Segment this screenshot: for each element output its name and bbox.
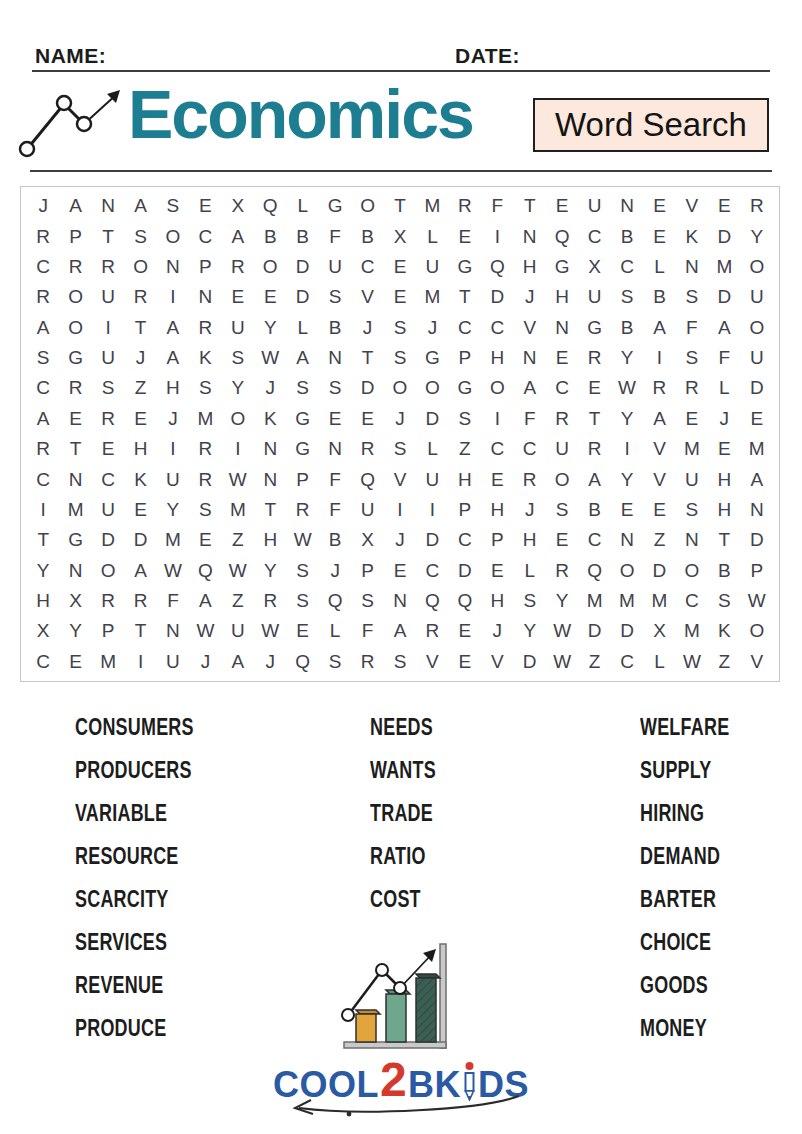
grid-cell[interactable]: D: [741, 525, 773, 555]
grid-cell[interactable]: V: [416, 647, 448, 677]
grid-cell[interactable]: R: [27, 221, 59, 251]
grid-cell[interactable]: V: [514, 313, 546, 343]
grid-cell[interactable]: L: [286, 191, 318, 221]
word-list-item[interactable]: PRODUCE: [75, 1007, 194, 1050]
word-list-item[interactable]: CONSUMERS: [75, 706, 194, 749]
grid-cell[interactable]: T: [449, 282, 481, 312]
grid-cell[interactable]: E: [384, 282, 416, 312]
grid-cell[interactable]: P: [741, 556, 773, 586]
grid-cell[interactable]: C: [611, 252, 643, 282]
grid-cell[interactable]: E: [481, 464, 513, 494]
grid-cell[interactable]: M: [416, 191, 448, 221]
grid-cell[interactable]: C: [514, 434, 546, 464]
word-list-item[interactable]: COST: [370, 878, 436, 921]
grid-cell[interactable]: U: [319, 252, 351, 282]
grid-cell[interactable]: Q: [319, 586, 351, 616]
grid-cell[interactable]: R: [741, 191, 773, 221]
grid-cell[interactable]: M: [708, 252, 740, 282]
grid-cell[interactable]: J: [254, 647, 286, 677]
grid-cell[interactable]: C: [449, 525, 481, 555]
grid-cell[interactable]: W: [157, 556, 189, 586]
grid-cell[interactable]: U: [416, 464, 448, 494]
grid-cell[interactable]: J: [384, 525, 416, 555]
grid-cell[interactable]: U: [92, 282, 124, 312]
word-list-item[interactable]: GOODS: [640, 964, 729, 1007]
grid-cell[interactable]: C: [449, 313, 481, 343]
grid-cell[interactable]: B: [286, 221, 318, 251]
grid-cell[interactable]: S: [384, 313, 416, 343]
word-list-item[interactable]: CHOICE: [640, 921, 729, 964]
name-date-write-line[interactable]: [32, 70, 770, 72]
grid-cell[interactable]: B: [611, 221, 643, 251]
grid-cell[interactable]: E: [611, 495, 643, 525]
grid-cell[interactable]: O: [546, 464, 578, 494]
grid-cell[interactable]: S: [27, 343, 59, 373]
grid-cell[interactable]: N: [611, 525, 643, 555]
grid-cell[interactable]: T: [124, 313, 156, 343]
grid-cell[interactable]: M: [741, 434, 773, 464]
grid-cell[interactable]: R: [124, 282, 156, 312]
grid-cell[interactable]: V: [384, 464, 416, 494]
grid-cell[interactable]: K: [124, 464, 156, 494]
grid-cell[interactable]: G: [59, 343, 91, 373]
grid-cell[interactable]: G: [578, 313, 610, 343]
grid-cell[interactable]: O: [676, 556, 708, 586]
word-list-item[interactable]: SCARCITY: [75, 878, 194, 921]
grid-cell[interactable]: F: [319, 495, 351, 525]
word-list-item[interactable]: MONEY: [640, 1007, 729, 1050]
grid-cell[interactable]: W: [286, 525, 318, 555]
grid-cell[interactable]: A: [157, 313, 189, 343]
grid-cell[interactable]: M: [676, 616, 708, 646]
grid-cell[interactable]: K: [708, 616, 740, 646]
grid-cell[interactable]: Y: [611, 404, 643, 434]
word-list-item[interactable]: WANTS: [370, 749, 436, 792]
grid-cell[interactable]: I: [92, 313, 124, 343]
grid-cell[interactable]: S: [384, 343, 416, 373]
grid-cell[interactable]: E: [708, 434, 740, 464]
grid-cell[interactable]: A: [124, 191, 156, 221]
grid-cell[interactable]: R: [59, 252, 91, 282]
grid-cell[interactable]: I: [27, 495, 59, 525]
grid-cell[interactable]: E: [319, 404, 351, 434]
grid-cell[interactable]: T: [59, 434, 91, 464]
grid-cell[interactable]: F: [157, 586, 189, 616]
grid-cell[interactable]: L: [416, 434, 448, 464]
grid-cell[interactable]: N: [157, 616, 189, 646]
grid-cell[interactable]: H: [124, 434, 156, 464]
grid-cell[interactable]: Q: [286, 647, 318, 677]
grid-cell[interactable]: T: [124, 616, 156, 646]
grid-cell[interactable]: B: [254, 221, 286, 251]
grid-cell[interactable]: B: [643, 282, 675, 312]
grid-cell[interactable]: R: [222, 252, 254, 282]
grid-cell[interactable]: T: [92, 221, 124, 251]
grid-cell[interactable]: G: [449, 252, 481, 282]
grid-cell[interactable]: X: [578, 252, 610, 282]
grid-cell[interactable]: E: [643, 495, 675, 525]
grid-cell[interactable]: R: [124, 586, 156, 616]
grid-cell[interactable]: M: [59, 495, 91, 525]
grid-cell[interactable]: X: [643, 616, 675, 646]
grid-cell[interactable]: O: [741, 252, 773, 282]
grid-cell[interactable]: C: [481, 313, 513, 343]
grid-cell[interactable]: T: [254, 495, 286, 525]
grid-cell[interactable]: H: [157, 373, 189, 403]
grid-cell[interactable]: J: [384, 404, 416, 434]
word-list-item[interactable]: DEMAND: [640, 835, 729, 878]
grid-cell[interactable]: B: [319, 525, 351, 555]
grid-cell[interactable]: Y: [741, 221, 773, 251]
grid-cell[interactable]: R: [27, 282, 59, 312]
grid-cell[interactable]: A: [222, 221, 254, 251]
grid-cell[interactable]: T: [27, 525, 59, 555]
grid-cell[interactable]: H: [481, 343, 513, 373]
grid-cell[interactable]: I: [643, 343, 675, 373]
grid-cell[interactable]: L: [708, 373, 740, 403]
grid-cell[interactable]: Q: [416, 586, 448, 616]
grid-cell[interactable]: U: [676, 464, 708, 494]
grid-cell[interactable]: I: [124, 647, 156, 677]
grid-cell[interactable]: C: [351, 252, 383, 282]
grid-cell[interactable]: E: [546, 343, 578, 373]
grid-cell[interactable]: N: [189, 282, 221, 312]
grid-cell[interactable]: S: [384, 647, 416, 677]
grid-cell[interactable]: U: [92, 343, 124, 373]
grid-cell[interactable]: E: [676, 404, 708, 434]
grid-cell[interactable]: S: [676, 343, 708, 373]
grid-cell[interactable]: E: [222, 282, 254, 312]
grid-cell[interactable]: E: [384, 556, 416, 586]
grid-cell[interactable]: Y: [254, 313, 286, 343]
grid-cell[interactable]: X: [59, 586, 91, 616]
grid-cell[interactable]: W: [222, 556, 254, 586]
grid-cell[interactable]: F: [676, 313, 708, 343]
grid-cell[interactable]: J: [124, 343, 156, 373]
grid-cell[interactable]: R: [92, 404, 124, 434]
grid-cell[interactable]: W: [676, 647, 708, 677]
grid-cell[interactable]: O: [741, 616, 773, 646]
grid-cell[interactable]: S: [189, 495, 221, 525]
grid-cell[interactable]: Z: [222, 586, 254, 616]
grid-cell[interactable]: H: [449, 464, 481, 494]
word-list-item[interactable]: PRODUCERS: [75, 749, 194, 792]
grid-cell[interactable]: A: [741, 464, 773, 494]
word-list-item[interactable]: HIRING: [640, 792, 729, 835]
grid-cell[interactable]: C: [27, 252, 59, 282]
grid-cell[interactable]: S: [676, 282, 708, 312]
word-list-item[interactable]: NEEDS: [370, 706, 436, 749]
grid-cell[interactable]: Q: [189, 556, 221, 586]
grid-cell[interactable]: U: [578, 191, 610, 221]
grid-cell[interactable]: E: [481, 556, 513, 586]
grid-cell[interactable]: R: [514, 464, 546, 494]
grid-cell[interactable]: V: [643, 464, 675, 494]
grid-cell[interactable]: A: [514, 373, 546, 403]
grid-cell[interactable]: P: [59, 221, 91, 251]
grid-cell[interactable]: R: [27, 434, 59, 464]
grid-cell[interactable]: S: [189, 373, 221, 403]
grid-cell[interactable]: Z: [222, 525, 254, 555]
grid-cell[interactable]: S: [319, 647, 351, 677]
grid-cell[interactable]: O: [222, 404, 254, 434]
grid-cell[interactable]: I: [157, 434, 189, 464]
grid-cell[interactable]: V: [351, 282, 383, 312]
grid-cell[interactable]: L: [319, 616, 351, 646]
grid-cell[interactable]: U: [741, 343, 773, 373]
grid-cell[interactable]: I: [611, 434, 643, 464]
grid-cell[interactable]: D: [286, 252, 318, 282]
grid-cell[interactable]: I: [416, 495, 448, 525]
word-list-item[interactable]: RESOURCE: [75, 835, 194, 878]
grid-cell[interactable]: D: [741, 373, 773, 403]
grid-cell[interactable]: A: [286, 343, 318, 373]
grid-cell[interactable]: X: [351, 525, 383, 555]
word-list-item[interactable]: TRADE: [370, 792, 436, 835]
grid-cell[interactable]: R: [578, 343, 610, 373]
grid-cell[interactable]: L: [286, 313, 318, 343]
grid-cell[interactable]: M: [578, 586, 610, 616]
grid-cell[interactable]: V: [481, 647, 513, 677]
grid-cell[interactable]: M: [92, 647, 124, 677]
grid-cell[interactable]: A: [124, 556, 156, 586]
grid-cell[interactable]: A: [222, 647, 254, 677]
grid-cell[interactable]: S: [92, 373, 124, 403]
grid-cell[interactable]: A: [643, 404, 675, 434]
grid-cell[interactable]: U: [416, 252, 448, 282]
grid-cell[interactable]: A: [27, 404, 59, 434]
grid-cell[interactable]: Y: [514, 616, 546, 646]
word-list-item[interactable]: SUPPLY: [640, 749, 729, 792]
grid-cell[interactable]: S: [286, 556, 318, 586]
grid-cell[interactable]: E: [286, 616, 318, 646]
grid-cell[interactable]: B: [351, 221, 383, 251]
grid-cell[interactable]: N: [676, 525, 708, 555]
grid-cell[interactable]: R: [643, 373, 675, 403]
grid-cell[interactable]: R: [416, 616, 448, 646]
grid-cell[interactable]: R: [189, 464, 221, 494]
grid-cell[interactable]: L: [643, 647, 675, 677]
grid-cell[interactable]: E: [546, 191, 578, 221]
grid-cell[interactable]: L: [514, 556, 546, 586]
grid-cell[interactable]: N: [92, 191, 124, 221]
grid-cell[interactable]: E: [643, 191, 675, 221]
grid-cell[interactable]: C: [27, 647, 59, 677]
grid-cell[interactable]: E: [643, 221, 675, 251]
grid-cell[interactable]: P: [286, 464, 318, 494]
grid-cell[interactable]: P: [92, 616, 124, 646]
grid-cell[interactable]: X: [27, 616, 59, 646]
grid-cell[interactable]: J: [514, 282, 546, 312]
grid-cell[interactable]: J: [319, 556, 351, 586]
grid-cell[interactable]: D: [481, 282, 513, 312]
grid-cell[interactable]: P: [449, 495, 481, 525]
grid-cell[interactable]: O: [59, 313, 91, 343]
grid-cell[interactable]: K: [254, 404, 286, 434]
grid-cell[interactable]: N: [59, 556, 91, 586]
grid-cell[interactable]: E: [708, 191, 740, 221]
grid-cell[interactable]: E: [578, 373, 610, 403]
grid-cell[interactable]: O: [481, 373, 513, 403]
grid-cell[interactable]: D: [708, 221, 740, 251]
grid-cell[interactable]: O: [384, 373, 416, 403]
grid-cell[interactable]: O: [351, 191, 383, 221]
grid-cell[interactable]: T: [514, 191, 546, 221]
grid-cell[interactable]: Z: [643, 525, 675, 555]
grid-cell[interactable]: I: [157, 282, 189, 312]
grid-cell[interactable]: W: [741, 586, 773, 616]
grid-cell[interactable]: T: [578, 404, 610, 434]
grid-cell[interactable]: R: [189, 313, 221, 343]
grid-cell[interactable]: Y: [59, 616, 91, 646]
grid-cell[interactable]: Z: [708, 647, 740, 677]
grid-cell[interactable]: C: [578, 221, 610, 251]
grid-cell[interactable]: M: [643, 586, 675, 616]
grid-cell[interactable]: U: [222, 313, 254, 343]
grid-cell[interactable]: P: [351, 556, 383, 586]
grid-cell[interactable]: N: [514, 343, 546, 373]
grid-cell[interactable]: I: [384, 495, 416, 525]
grid-cell[interactable]: H: [254, 525, 286, 555]
grid-cell[interactable]: J: [514, 495, 546, 525]
grid-cell[interactable]: L: [416, 221, 448, 251]
grid-cell[interactable]: U: [157, 464, 189, 494]
grid-cell[interactable]: J: [254, 373, 286, 403]
grid-cell[interactable]: J: [416, 313, 448, 343]
grid-cell[interactable]: X: [384, 221, 416, 251]
grid-cell[interactable]: G: [449, 373, 481, 403]
grid-cell[interactable]: A: [708, 313, 740, 343]
grid-cell[interactable]: N: [254, 434, 286, 464]
grid-cell[interactable]: S: [546, 495, 578, 525]
grid-cell[interactable]: B: [319, 313, 351, 343]
grid-cell[interactable]: R: [578, 434, 610, 464]
grid-cell[interactable]: S: [286, 373, 318, 403]
grid-cell[interactable]: C: [546, 373, 578, 403]
grid-cell[interactable]: S: [351, 586, 383, 616]
grid-cell[interactable]: W: [611, 373, 643, 403]
grid-cell[interactable]: U: [351, 495, 383, 525]
grid-cell[interactable]: E: [189, 525, 221, 555]
grid-cell[interactable]: E: [449, 616, 481, 646]
grid-cell[interactable]: R: [546, 404, 578, 434]
grid-cell[interactable]: D: [92, 525, 124, 555]
grid-cell[interactable]: S: [124, 221, 156, 251]
grid-cell[interactable]: G: [319, 191, 351, 221]
grid-cell[interactable]: S: [286, 586, 318, 616]
grid-cell[interactable]: Q: [449, 586, 481, 616]
grid-cell[interactable]: D: [351, 373, 383, 403]
grid-cell[interactable]: D: [708, 282, 740, 312]
grid-cell[interactable]: G: [286, 404, 318, 434]
grid-cell[interactable]: A: [384, 616, 416, 646]
grid-cell[interactable]: C: [611, 647, 643, 677]
grid-cell[interactable]: X: [222, 191, 254, 221]
word-list-item[interactable]: RATIO: [370, 835, 436, 878]
grid-cell[interactable]: R: [59, 373, 91, 403]
grid-cell[interactable]: R: [286, 495, 318, 525]
grid-cell[interactable]: A: [643, 313, 675, 343]
grid-cell[interactable]: N: [741, 495, 773, 525]
grid-cell[interactable]: E: [351, 404, 383, 434]
grid-cell[interactable]: N: [59, 464, 91, 494]
grid-cell[interactable]: S: [449, 404, 481, 434]
grid-cell[interactable]: W: [546, 616, 578, 646]
grid-cell[interactable]: M: [222, 495, 254, 525]
grid-cell[interactable]: E: [546, 525, 578, 555]
grid-cell[interactable]: J: [708, 404, 740, 434]
grid-cell[interactable]: U: [546, 434, 578, 464]
grid-cell[interactable]: E: [189, 191, 221, 221]
grid-cell[interactable]: E: [384, 252, 416, 282]
grid-cell[interactable]: C: [92, 464, 124, 494]
grid-cell[interactable]: A: [27, 313, 59, 343]
grid-cell[interactable]: J: [351, 313, 383, 343]
grid-cell[interactable]: Q: [351, 464, 383, 494]
grid-cell[interactable]: H: [481, 495, 513, 525]
grid-cell[interactable]: B: [611, 313, 643, 343]
grid-cell[interactable]: C: [189, 221, 221, 251]
grid-cell[interactable]: S: [157, 191, 189, 221]
grid-cell[interactable]: W: [546, 647, 578, 677]
grid-cell[interactable]: D: [416, 525, 448, 555]
grid-cell[interactable]: N: [546, 313, 578, 343]
grid-cell[interactable]: C: [27, 373, 59, 403]
grid-cell[interactable]: B: [708, 556, 740, 586]
grid-cell[interactable]: Z: [124, 373, 156, 403]
grid-cell[interactable]: K: [189, 343, 221, 373]
grid-cell[interactable]: Y: [157, 495, 189, 525]
grid-cell[interactable]: Q: [481, 252, 513, 282]
grid-cell[interactable]: R: [351, 647, 383, 677]
grid-cell[interactable]: A: [157, 343, 189, 373]
grid-cell[interactable]: C: [676, 586, 708, 616]
grid-cell[interactable]: O: [157, 221, 189, 251]
grid-cell[interactable]: U: [92, 495, 124, 525]
grid-cell[interactable]: M: [611, 586, 643, 616]
grid-cell[interactable]: H: [514, 252, 546, 282]
grid-cell[interactable]: H: [27, 586, 59, 616]
grid-cell[interactable]: O: [254, 252, 286, 282]
grid-cell[interactable]: D: [416, 404, 448, 434]
grid-cell[interactable]: O: [59, 282, 91, 312]
grid-cell[interactable]: A: [578, 464, 610, 494]
grid-cell[interactable]: U: [157, 647, 189, 677]
grid-cell[interactable]: I: [481, 404, 513, 434]
grid-cell[interactable]: N: [676, 252, 708, 282]
grid-cell[interactable]: F: [481, 191, 513, 221]
grid-cell[interactable]: N: [319, 343, 351, 373]
grid-cell[interactable]: S: [319, 373, 351, 403]
grid-cell[interactable]: S: [514, 586, 546, 616]
grid-cell[interactable]: R: [351, 434, 383, 464]
grid-cell[interactable]: J: [481, 616, 513, 646]
grid-cell[interactable]: I: [481, 221, 513, 251]
word-list-item[interactable]: REVENUE: [75, 964, 194, 1007]
grid-cell[interactable]: C: [481, 434, 513, 464]
grid-cell[interactable]: O: [124, 252, 156, 282]
grid-cell[interactable]: G: [416, 343, 448, 373]
grid-cell[interactable]: Y: [254, 556, 286, 586]
grid-cell[interactable]: N: [611, 191, 643, 221]
grid-cell[interactable]: H: [514, 525, 546, 555]
grid-cell[interactable]: S: [611, 282, 643, 312]
grid-cell[interactable]: R: [92, 252, 124, 282]
grid-cell[interactable]: N: [157, 252, 189, 282]
grid-cell[interactable]: E: [449, 221, 481, 251]
grid-cell[interactable]: L: [643, 252, 675, 282]
grid-cell[interactable]: R: [546, 556, 578, 586]
